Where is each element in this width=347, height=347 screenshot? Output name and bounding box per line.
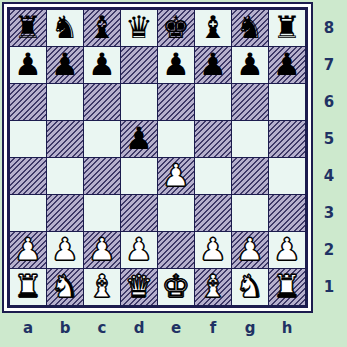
- chess-board-frame: ♜♞♝♛♚♝♞♜♟♟♟♟♟♟♟♟♟♟♟♟♟♟♟♟♜♞♝♛♚♝♞♜: [7, 7, 308, 308]
- square-h6[interactable]: [269, 84, 305, 120]
- square-h3[interactable]: [269, 195, 305, 231]
- file-label-g: g: [232, 315, 268, 341]
- piece-white-pawn: ♟: [14, 231, 42, 267]
- square-e2[interactable]: [158, 232, 194, 268]
- square-d8[interactable]: ♛: [121, 10, 157, 46]
- piece-black-knight: ♞: [236, 9, 264, 45]
- square-d4[interactable]: [121, 158, 157, 194]
- square-b2[interactable]: ♟: [47, 232, 83, 268]
- square-b1[interactable]: ♞: [47, 269, 83, 305]
- square-d7[interactable]: [121, 47, 157, 83]
- file-coordinates: abcdefgh: [10, 315, 305, 341]
- square-c1[interactable]: ♝: [84, 269, 120, 305]
- rank-label-5: 5: [314, 121, 344, 157]
- chess-board: ♜♞♝♛♚♝♞♜♟♟♟♟♟♟♟♟♟♟♟♟♟♟♟♟♜♞♝♛♚♝♞♜: [10, 10, 305, 305]
- piece-white-bishop: ♝: [199, 268, 227, 304]
- square-f1[interactable]: ♝: [195, 269, 231, 305]
- piece-white-pawn: ♟: [273, 231, 301, 267]
- square-c6[interactable]: [84, 84, 120, 120]
- piece-white-knight: ♞: [51, 268, 79, 304]
- square-e3[interactable]: [158, 195, 194, 231]
- square-g7[interactable]: ♟: [232, 47, 268, 83]
- piece-black-king: ♚: [162, 9, 190, 45]
- square-e7[interactable]: ♟: [158, 47, 194, 83]
- square-a1[interactable]: ♜: [10, 269, 46, 305]
- square-d3[interactable]: [121, 195, 157, 231]
- piece-white-pawn: ♟: [236, 231, 264, 267]
- square-f8[interactable]: ♝: [195, 10, 231, 46]
- square-h1[interactable]: ♜: [269, 269, 305, 305]
- rank-label-3: 3: [314, 195, 344, 231]
- square-e1[interactable]: ♚: [158, 269, 194, 305]
- rank-coordinates: 87654321: [314, 10, 344, 305]
- rank-label-7: 7: [314, 47, 344, 83]
- piece-white-king: ♚: [162, 268, 190, 304]
- square-f3[interactable]: [195, 195, 231, 231]
- square-a4[interactable]: [10, 158, 46, 194]
- square-g8[interactable]: ♞: [232, 10, 268, 46]
- piece-black-knight: ♞: [51, 9, 79, 45]
- file-label-h: h: [269, 315, 305, 341]
- square-h8[interactable]: ♜: [269, 10, 305, 46]
- file-label-e: e: [158, 315, 194, 341]
- square-g2[interactable]: ♟: [232, 232, 268, 268]
- square-a7[interactable]: ♟: [10, 47, 46, 83]
- square-g1[interactable]: ♞: [232, 269, 268, 305]
- square-e6[interactable]: [158, 84, 194, 120]
- square-e4[interactable]: ♟: [158, 158, 194, 194]
- square-c2[interactable]: ♟: [84, 232, 120, 268]
- chess-board-border: ♜♞♝♛♚♝♞♜♟♟♟♟♟♟♟♟♟♟♟♟♟♟♟♟♜♞♝♛♚♝♞♜: [2, 2, 313, 313]
- file-label-b: b: [47, 315, 83, 341]
- piece-white-pawn: ♟: [88, 231, 116, 267]
- piece-black-pawn: ♟: [199, 46, 227, 82]
- piece-white-rook: ♜: [14, 268, 42, 304]
- rank-label-2: 2: [314, 232, 344, 268]
- square-c5[interactable]: [84, 121, 120, 157]
- piece-black-pawn: ♟: [88, 46, 116, 82]
- square-a8[interactable]: ♜: [10, 10, 46, 46]
- piece-black-pawn: ♟: [162, 46, 190, 82]
- square-h2[interactable]: ♟: [269, 232, 305, 268]
- square-a5[interactable]: [10, 121, 46, 157]
- square-d2[interactable]: ♟: [121, 232, 157, 268]
- file-label-a: a: [10, 315, 46, 341]
- piece-black-pawn: ♟: [125, 120, 153, 156]
- square-h7[interactable]: ♟: [269, 47, 305, 83]
- square-a6[interactable]: [10, 84, 46, 120]
- piece-white-queen: ♛: [125, 268, 153, 304]
- square-a2[interactable]: ♟: [10, 232, 46, 268]
- piece-white-pawn: ♟: [51, 231, 79, 267]
- rank-label-6: 6: [314, 84, 344, 120]
- file-label-d: d: [121, 315, 157, 341]
- square-d5[interactable]: ♟: [121, 121, 157, 157]
- piece-white-pawn: ♟: [199, 231, 227, 267]
- square-f4[interactable]: [195, 158, 231, 194]
- file-label-c: c: [84, 315, 120, 341]
- square-b3[interactable]: [47, 195, 83, 231]
- piece-black-bishop: ♝: [88, 9, 116, 45]
- square-e5[interactable]: [158, 121, 194, 157]
- square-d1[interactable]: ♛: [121, 269, 157, 305]
- square-c4[interactable]: [84, 158, 120, 194]
- piece-black-pawn: ♟: [14, 46, 42, 82]
- piece-white-pawn: ♟: [125, 231, 153, 267]
- square-d6[interactable]: [121, 84, 157, 120]
- square-c7[interactable]: ♟: [84, 47, 120, 83]
- square-g4[interactable]: [232, 158, 268, 194]
- square-a3[interactable]: [10, 195, 46, 231]
- piece-black-pawn: ♟: [273, 46, 301, 82]
- square-f5[interactable]: [195, 121, 231, 157]
- square-b6[interactable]: [47, 84, 83, 120]
- piece-black-rook: ♜: [273, 9, 301, 45]
- square-c8[interactable]: ♝: [84, 10, 120, 46]
- piece-black-bishop: ♝: [199, 9, 227, 45]
- square-b5[interactable]: [47, 121, 83, 157]
- square-f6[interactable]: [195, 84, 231, 120]
- square-h4[interactable]: [269, 158, 305, 194]
- square-g6[interactable]: [232, 84, 268, 120]
- rank-label-8: 8: [314, 10, 344, 46]
- piece-white-knight: ♞: [236, 268, 264, 304]
- piece-black-pawn: ♟: [51, 46, 79, 82]
- chess-diagram: ♜♞♝♛♚♝♞♜♟♟♟♟♟♟♟♟♟♟♟♟♟♟♟♟♜♞♝♛♚♝♞♜ 8765432…: [0, 0, 347, 347]
- piece-black-queen: ♛: [125, 9, 153, 45]
- square-b7[interactable]: ♟: [47, 47, 83, 83]
- square-c3[interactable]: [84, 195, 120, 231]
- piece-black-rook: ♜: [14, 9, 42, 45]
- rank-label-1: 1: [314, 269, 344, 305]
- file-label-f: f: [195, 315, 231, 341]
- square-f2[interactable]: ♟: [195, 232, 231, 268]
- square-h5[interactable]: [269, 121, 305, 157]
- rank-label-4: 4: [314, 158, 344, 194]
- piece-white-bishop: ♝: [88, 268, 116, 304]
- piece-white-rook: ♜: [273, 268, 301, 304]
- piece-white-pawn: ♟: [162, 157, 190, 193]
- square-b8[interactable]: ♞: [47, 10, 83, 46]
- square-g3[interactable]: [232, 195, 268, 231]
- square-e8[interactable]: ♚: [158, 10, 194, 46]
- square-b4[interactable]: [47, 158, 83, 194]
- square-f7[interactable]: ♟: [195, 47, 231, 83]
- square-g5[interactable]: [232, 121, 268, 157]
- piece-black-pawn: ♟: [236, 46, 264, 82]
